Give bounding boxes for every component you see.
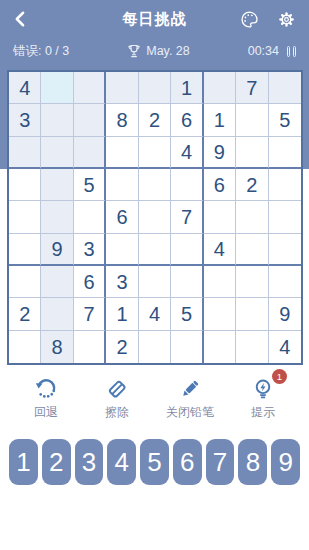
cell-r4c8[interactable]: 2 [236, 169, 268, 201]
cell-r2c8[interactable] [236, 104, 268, 136]
cell-r9c2[interactable]: 8 [41, 331, 73, 363]
status-bar: 错误: 0 / 3 May. 28 00:34 [0, 40, 309, 62]
cell-r6c5[interactable] [139, 234, 171, 266]
cell-r2c1[interactable]: 3 [9, 104, 41, 136]
cell-r1c6[interactable]: 1 [171, 72, 203, 104]
cell-r6c1[interactable] [9, 234, 41, 266]
cell-r4c6[interactable] [171, 169, 203, 201]
cell-r1c5[interactable] [139, 72, 171, 104]
cell-r5c3[interactable] [74, 201, 106, 233]
cell-r1c4[interactable] [106, 72, 138, 104]
daily-date: May. 28 [127, 44, 190, 59]
numpad-button-2[interactable]: 2 [42, 439, 71, 485]
cell-r4c1[interactable] [9, 169, 41, 201]
cell-r8c5[interactable]: 4 [139, 298, 171, 330]
cell-r6c3[interactable]: 3 [74, 234, 106, 266]
cell-r3c8[interactable] [236, 137, 268, 169]
cell-r2c2[interactable] [41, 104, 73, 136]
cell-r7c2[interactable] [41, 266, 73, 298]
date-text: May. 28 [146, 44, 190, 58]
cell-r8c9[interactable]: 9 [269, 298, 301, 330]
cell-r9c1[interactable] [9, 331, 41, 363]
cell-r1c2[interactable] [41, 72, 73, 104]
cell-r1c8[interactable]: 7 [236, 72, 268, 104]
cell-r4c4[interactable] [106, 169, 138, 201]
cell-r7c7[interactable] [204, 266, 236, 298]
cell-r5c9[interactable] [269, 201, 301, 233]
cell-r7c1[interactable] [9, 266, 41, 298]
undo-button[interactable]: 回退 [24, 375, 68, 421]
cell-r8c1[interactable]: 2 [9, 298, 41, 330]
hint-button[interactable]: 1 提示 [241, 375, 285, 421]
cell-r1c1[interactable]: 4 [9, 72, 41, 104]
cell-r3c5[interactable] [139, 137, 171, 169]
cell-r6c2[interactable]: 9 [41, 234, 73, 266]
cell-r9c8[interactable] [236, 331, 268, 363]
cell-r1c9[interactable] [269, 72, 301, 104]
cell-r3c9[interactable] [269, 137, 301, 169]
cell-r8c6[interactable]: 5 [171, 298, 203, 330]
cell-r2c7[interactable]: 1 [204, 104, 236, 136]
pause-button[interactable] [287, 46, 296, 57]
cell-r8c2[interactable] [41, 298, 73, 330]
sudoku-board: 417382615495626793463271459824 [7, 70, 303, 365]
numpad-button-6[interactable]: 6 [173, 439, 202, 485]
cell-r7c8[interactable] [236, 266, 268, 298]
cell-r1c3[interactable] [74, 72, 106, 104]
cell-r2c3[interactable] [74, 104, 106, 136]
cell-r3c7[interactable]: 9 [204, 137, 236, 169]
error-counter-text: 错误: 0 / 3 [13, 43, 69, 60]
eraser-icon [104, 376, 130, 402]
cell-r4c7[interactable]: 6 [204, 169, 236, 201]
sudoku-app: 每日挑战 [0, 0, 309, 550]
cell-r2c5[interactable]: 2 [139, 104, 171, 136]
numpad-button-9[interactable]: 9 [271, 439, 300, 485]
cell-r9c9[interactable]: 4 [269, 331, 301, 363]
topbar-icons [238, 8, 297, 30]
cell-r3c2[interactable] [41, 137, 73, 169]
cell-r9c7[interactable] [204, 331, 236, 363]
pencil-toggle-button[interactable]: 关闭铅笔 [166, 375, 214, 421]
cell-r5c6[interactable]: 7 [171, 201, 203, 233]
cell-r1c7[interactable] [204, 72, 236, 104]
numpad-button-5[interactable]: 5 [140, 439, 169, 485]
palette-icon [239, 9, 260, 30]
cell-r2c6[interactable]: 6 [171, 104, 203, 136]
pencil-toggle-label: 关闭铅笔 [166, 404, 214, 421]
numpad-button-4[interactable]: 4 [107, 439, 136, 485]
erase-label: 擦除 [105, 404, 129, 421]
cell-r5c1[interactable] [9, 201, 41, 233]
cell-r4c5[interactable] [139, 169, 171, 201]
number-pad: 123456789 [9, 439, 300, 485]
cell-r6c9[interactable] [269, 234, 301, 266]
cell-r7c9[interactable] [269, 266, 301, 298]
cell-r8c4[interactable]: 1 [106, 298, 138, 330]
cell-r7c3[interactable]: 6 [74, 266, 106, 298]
erase-button[interactable]: 擦除 [95, 375, 139, 421]
cell-r4c9[interactable] [269, 169, 301, 201]
undo-label: 回退 [34, 404, 58, 421]
undo-icon [33, 376, 59, 402]
numpad-button-1[interactable]: 1 [9, 439, 38, 485]
page-title: 每日挑战 [123, 10, 187, 29]
cell-r6c6[interactable] [171, 234, 203, 266]
numpad-button-3[interactable]: 3 [75, 439, 104, 485]
cell-r8c7[interactable] [204, 298, 236, 330]
cell-r7c6[interactable] [171, 266, 203, 298]
cell-r3c6[interactable]: 4 [171, 137, 203, 169]
cell-r3c1[interactable] [9, 137, 41, 169]
cell-r9c4[interactable]: 2 [106, 331, 138, 363]
cell-r3c4[interactable] [106, 137, 138, 169]
cell-r5c5[interactable] [139, 201, 171, 233]
top-bar: 每日挑战 [0, 0, 309, 38]
error-counter: 错误: 0 / 3 [13, 43, 69, 60]
back-chevron-icon [11, 9, 31, 29]
numpad-button-7[interactable]: 7 [206, 439, 235, 485]
pencil-icon [177, 376, 203, 402]
cell-r4c3[interactable]: 5 [74, 169, 106, 201]
numpad-button-8[interactable]: 8 [238, 439, 267, 485]
cell-r7c4[interactable]: 3 [106, 266, 138, 298]
cell-r3c3[interactable] [74, 137, 106, 169]
cell-r8c3[interactable]: 7 [74, 298, 106, 330]
hint-count-badge: 1 [272, 369, 287, 384]
cell-r9c3[interactable] [74, 331, 106, 363]
back-button[interactable] [9, 7, 33, 31]
settings-button[interactable] [275, 8, 297, 30]
cell-r7c5[interactable] [139, 266, 171, 298]
theme-palette-button[interactable] [238, 8, 260, 30]
cell-r5c2[interactable] [41, 201, 73, 233]
cell-r5c4[interactable]: 6 [106, 201, 138, 233]
cell-r5c8[interactable] [236, 201, 268, 233]
cell-r9c5[interactable] [139, 331, 171, 363]
cell-r5c7[interactable] [204, 201, 236, 233]
timer-text: 00:34 [248, 44, 279, 58]
tool-bar: 回退 擦除 [0, 375, 309, 421]
cell-r4c2[interactable] [41, 169, 73, 201]
cell-r2c9[interactable]: 5 [269, 104, 301, 136]
hint-label: 提示 [251, 404, 275, 421]
trophy-icon [127, 44, 141, 59]
cell-r9c6[interactable] [171, 331, 203, 363]
cell-r6c7[interactable]: 4 [204, 234, 236, 266]
cell-r6c4[interactable] [106, 234, 138, 266]
cell-r8c8[interactable] [236, 298, 268, 330]
cell-r2c4[interactable]: 8 [106, 104, 138, 136]
gear-icon [276, 9, 297, 30]
cell-r6c8[interactable] [236, 234, 268, 266]
timer: 00:34 [248, 44, 296, 58]
